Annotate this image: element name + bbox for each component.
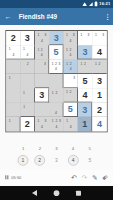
pencil-notes: 1234 <box>49 117 63 131</box>
pencil-icon[interactable]: ✎ <box>92 174 98 181</box>
pencil-notes: 2 <box>21 60 35 74</box>
pencil-notes: 14 <box>21 45 34 58</box>
cell-r7c7[interactable]: 4 <box>92 117 106 131</box>
status-time: 16:21 <box>99 2 110 7</box>
pencil-notes: 1 <box>21 103 35 116</box>
pencil-notes: 1234 <box>49 60 62 73</box>
given-digit: 3 <box>25 33 30 42</box>
puzzle-board: 2313431341313141412451243423123412412121… <box>5 30 107 132</box>
entered-digit: 3 <box>54 33 59 42</box>
cell-r1c6[interactable]: 13 <box>78 31 92 45</box>
given-digit: 2 <box>97 105 102 114</box>
cell-r7c4[interactable]: 1234 <box>49 117 63 131</box>
eraser-icon[interactable] <box>102 175 108 180</box>
cell-r1c5[interactable]: 134 <box>64 31 78 45</box>
cell-r1c2[interactable]: 3 <box>21 31 35 45</box>
cell-r6c1[interactable] <box>6 103 20 117</box>
cell-r5c6[interactable]: 4 <box>78 88 92 102</box>
number-button-3[interactable]: 3 <box>51 155 62 166</box>
cell-r2c5[interactable]: 124 <box>64 45 78 59</box>
cell-r5c4[interactable]: 12 <box>49 88 63 102</box>
pencil-notes: 14 <box>64 117 78 131</box>
battery-icon <box>95 2 98 6</box>
pencil-notes: 13 <box>92 31 106 45</box>
cell-r4c3[interactable] <box>35 74 49 88</box>
pencil-notes: 1 <box>21 88 34 102</box>
cell-r2c6[interactable]: 3 <box>78 45 92 59</box>
entered-digit: 3 <box>82 47 87 56</box>
cell-r1c4[interactable]: 3 <box>49 31 63 45</box>
given-digit: 4 <box>82 90 87 99</box>
cell-r5c7[interactable]: 1 <box>92 88 106 102</box>
pencil-notes: 3 <box>64 74 78 87</box>
pause-icon[interactable] <box>5 175 8 179</box>
pencil-notes: 14 <box>6 45 20 58</box>
number-button-2[interactable]: 2 <box>34 155 45 166</box>
cell-r5c1[interactable] <box>6 88 20 102</box>
pencil-notes: 12 <box>64 88 77 101</box>
pencil-notes: 12 <box>78 60 92 73</box>
pencil-notes: 134 <box>64 31 77 45</box>
cell-r6c3[interactable] <box>35 103 49 117</box>
input-number-row: 12345 <box>0 155 113 166</box>
cell-r7c2[interactable]: 2 <box>21 117 35 131</box>
cell-r7c6[interactable]: 1 <box>78 117 92 131</box>
pencil-notes: 12 <box>92 60 106 73</box>
cell-r2c3[interactable]: 124 <box>35 45 49 59</box>
phone-screen: 16:21 ← Fiendish #49 ⋮ 23134313413131414… <box>0 0 113 200</box>
cell-r6c5[interactable]: 5 <box>64 103 78 117</box>
cell-r4c7[interactable]: 3 <box>92 74 106 88</box>
toolbar-actions: ↶ ↷ ✎ <box>71 174 108 181</box>
pencil-notes: 1 <box>6 74 20 88</box>
cell-r6c4[interactable]: 4 <box>49 103 63 117</box>
timer-text: 05:50 <box>11 175 21 180</box>
timer-group: 05:50 <box>5 175 71 180</box>
cell-r3c3[interactable]: 3 <box>35 60 49 74</box>
wifi-icon <box>82 2 87 6</box>
given-digit: 1 <box>97 91 102 100</box>
cell-r2c7[interactable]: 4 <box>92 45 106 59</box>
pencil-notes: 134 <box>35 117 49 131</box>
cell-r3c1[interactable] <box>6 60 20 74</box>
nav-home-icon[interactable] <box>54 190 60 196</box>
entered-digit: 5 <box>68 105 73 114</box>
number-button-4[interactable]: 4 <box>68 155 79 166</box>
cell-r2c1[interactable]: 14 <box>6 45 20 59</box>
pencil-notes: 13 <box>78 31 92 45</box>
app-bar: ← Fiendish #49 ⋮ <box>0 8 113 25</box>
cell-r7c5[interactable]: 14 <box>64 117 78 131</box>
given-digit: 4 <box>97 47 102 56</box>
android-nav-bar <box>0 186 113 200</box>
given-digit: 3 <box>97 76 102 85</box>
cell-r1c3[interactable]: 134 <box>35 31 49 45</box>
number-button-1[interactable]: 1 <box>18 155 29 166</box>
notes-number-2[interactable]: 2 <box>37 146 42 151</box>
pencil-notes: 12 <box>49 88 63 102</box>
cell-r4c4[interactable] <box>49 74 63 88</box>
cell-r3c6[interactable]: 12 <box>78 60 92 74</box>
cell-r1c7[interactable]: 13 <box>92 31 106 45</box>
cell-r4c5[interactable]: 3 <box>64 74 78 88</box>
cell-r3c4[interactable]: 1234 <box>49 60 63 74</box>
cell-r6c7[interactable]: 2 <box>92 103 106 117</box>
pencil-notes: 4 <box>49 103 62 117</box>
cell-r7c1[interactable]: 1 <box>6 117 20 131</box>
given-digit: 5 <box>82 76 87 85</box>
cell-r4c6[interactable]: 5 <box>78 74 92 88</box>
pencil-notes: 124 <box>35 45 48 59</box>
pencil-notes: 134 <box>35 31 49 45</box>
cell-r3c5[interactable]: 124 <box>64 60 78 74</box>
entered-digit: 4 <box>97 120 102 129</box>
redo-icon[interactable]: ↷ <box>81 174 87 181</box>
notes-number-1[interactable]: 1 <box>21 146 26 151</box>
given-digit: 2 <box>11 33 16 42</box>
cell-r2c4[interactable]: 5 <box>49 45 63 59</box>
number-button-5[interactable]: 5 <box>85 155 96 166</box>
cell-r2c2[interactable]: 14 <box>21 45 35 59</box>
entered-digit: 5 <box>53 48 58 57</box>
cell-r3c2[interactable]: 2 <box>21 60 35 74</box>
entered-digit: 1 <box>82 120 87 129</box>
notes-number-3[interactable]: 3 <box>54 146 59 151</box>
back-arrow-icon[interactable]: ← <box>5 12 14 20</box>
pencil-notes: 124 <box>64 60 78 73</box>
pencil-notes: 1 <box>6 117 19 131</box>
pencil-notes: 124 <box>64 45 77 59</box>
cell-r4c1[interactable]: 1 <box>6 74 20 88</box>
undo-icon[interactable]: ↶ <box>71 174 77 181</box>
pencil-notes: 3 <box>35 60 48 74</box>
cell-r5c5[interactable]: 12 <box>64 88 78 102</box>
nav-recents-icon[interactable] <box>76 190 81 195</box>
cell-r6c2[interactable]: 1 <box>21 103 35 117</box>
cell-r4c2[interactable] <box>21 74 35 88</box>
page-title: Fiendish #49 <box>19 13 105 20</box>
notes-number-4[interactable]: 4 <box>70 146 75 151</box>
cell-r1c1[interactable]: 2 <box>6 31 20 45</box>
cell-r5c3[interactable]: 3 <box>35 88 49 102</box>
cell-r3c7[interactable]: 12 <box>92 60 106 74</box>
app-canvas: 16:21 ← Fiendish #49 ⋮ 23134313413131414… <box>0 0 113 200</box>
notes-number-row: 12345 <box>0 146 113 151</box>
overflow-menu-icon[interactable]: ⋮ <box>104 13 108 21</box>
cell-r5c2[interactable]: 1 <box>21 88 35 102</box>
given-digit: 2 <box>25 120 30 129</box>
notes-number-5[interactable]: 5 <box>87 146 92 151</box>
board-wrapper: 2313431341313141412451243423123412412121… <box>5 30 107 132</box>
status-bar: 16:21 <box>0 0 113 8</box>
signal-icon <box>89 2 93 6</box>
nav-back-icon[interactable] <box>32 190 37 196</box>
bottom-toolbar: 05:50 ↶ ↷ ✎ <box>0 170 113 185</box>
cell-r6c6[interactable]: 3 <box>78 103 92 117</box>
given-digit: 3 <box>39 90 44 99</box>
entered-digit: 3 <box>82 105 87 114</box>
cell-r7c3[interactable]: 134 <box>35 117 49 131</box>
